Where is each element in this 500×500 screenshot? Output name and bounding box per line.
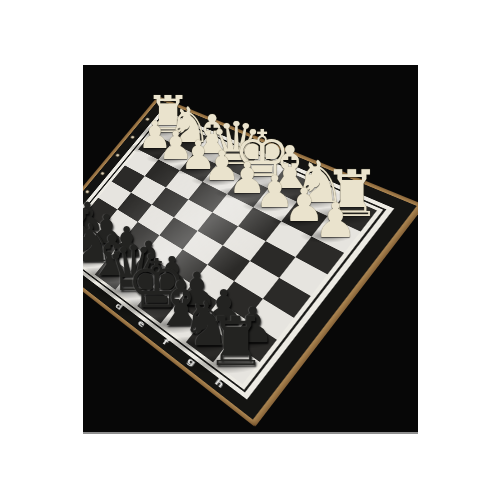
piece-black-rook: ♜ xyxy=(206,308,267,376)
piece-white-pawn: ♟ xyxy=(314,196,357,244)
photo-bottom-line xyxy=(83,432,418,434)
screenshot-canvas: defgh ♜♞♝♛♚♝♞♜♟♟♟♟♟♟♟♟♟♟♟♟♟♟♟♟♜♞♝♛♚♝♞♜ xyxy=(0,0,500,500)
piece-layer: ♜♞♝♛♚♝♞♜♟♟♟♟♟♟♟♟♟♟♟♟♟♟♟♟♜♞♝♛♚♝♞♜ xyxy=(83,65,418,434)
product-photo: defgh ♜♞♝♛♚♝♞♜♟♟♟♟♟♟♟♟♟♟♟♟♟♟♟♟♜♞♝♛♚♝♞♜ xyxy=(83,65,418,434)
